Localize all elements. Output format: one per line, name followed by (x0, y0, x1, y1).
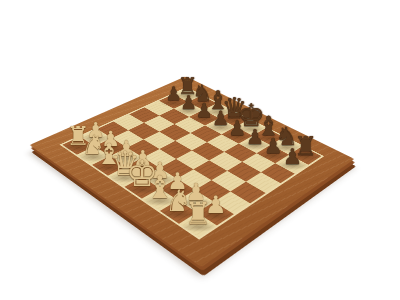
chess-board (72, 32, 312, 272)
chess-set-photo: ♜︎♞︎♝︎♛︎♚︎♝︎♞︎♜︎♟︎♟︎♟︎♟︎♟︎♟︎♟︎♟︎♟︎♟︎♟︎♟︎… (0, 0, 400, 300)
board-top-surface (30, 76, 355, 267)
camera-roll-wrapper (0, 0, 400, 300)
